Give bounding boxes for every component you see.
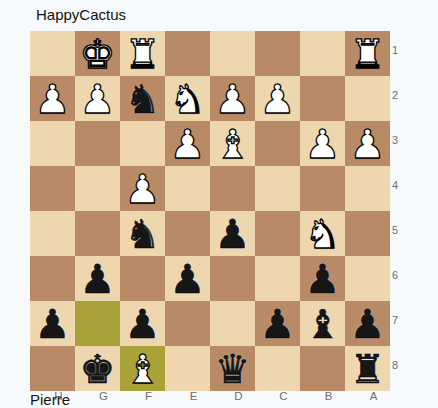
square-f2[interactable]: ♞ xyxy=(120,76,165,121)
rank-label-1: 1 xyxy=(392,27,408,72)
square-a1[interactable]: ♜ xyxy=(345,31,390,76)
square-a6[interactable] xyxy=(345,256,390,301)
square-c6[interactable] xyxy=(255,256,300,301)
square-b4[interactable] xyxy=(300,166,345,211)
black-pawn[interactable]: ♟ xyxy=(30,301,75,346)
square-e5[interactable] xyxy=(165,211,210,256)
black-pawn[interactable]: ♟ xyxy=(75,256,120,301)
white-pawn[interactable]: ♟ xyxy=(345,121,390,166)
rank-label-5: 5 xyxy=(392,207,408,252)
square-e7[interactable] xyxy=(165,301,210,346)
square-g8[interactable]: ♚ xyxy=(75,346,120,391)
file-label-e: E xyxy=(171,389,216,403)
square-d2[interactable]: ♟ xyxy=(210,76,255,121)
black-pawn[interactable]: ♟ xyxy=(120,301,165,346)
square-g5[interactable] xyxy=(75,211,120,256)
file-label-c: C xyxy=(261,389,306,403)
square-g2[interactable]: ♟ xyxy=(75,76,120,121)
file-label-b: B xyxy=(306,389,351,403)
square-h1[interactable] xyxy=(30,31,75,76)
square-h6[interactable] xyxy=(30,256,75,301)
square-h3[interactable] xyxy=(30,121,75,166)
square-d1[interactable] xyxy=(210,31,255,76)
square-b3[interactable]: ♟ xyxy=(300,121,345,166)
square-g6[interactable]: ♟ xyxy=(75,256,120,301)
square-a5[interactable] xyxy=(345,211,390,256)
white-king[interactable]: ♚ xyxy=(75,31,120,76)
player-name-bottom: Pierre xyxy=(30,391,70,408)
black-queen[interactable]: ♛ xyxy=(210,346,255,391)
square-d3[interactable]: ♝ xyxy=(210,121,255,166)
square-c2[interactable]: ♟ xyxy=(255,76,300,121)
square-h5[interactable] xyxy=(30,211,75,256)
square-d4[interactable] xyxy=(210,166,255,211)
rank-label-7: 7 xyxy=(392,297,408,342)
square-c3[interactable] xyxy=(255,121,300,166)
square-f1[interactable]: ♜ xyxy=(120,31,165,76)
white-bishop[interactable]: ♝ xyxy=(120,346,165,391)
square-f5[interactable]: ♞ xyxy=(120,211,165,256)
square-e2[interactable]: ♞ xyxy=(165,76,210,121)
rank-label-2: 2 xyxy=(392,72,408,117)
square-a4[interactable] xyxy=(345,166,390,211)
square-a8[interactable]: ♜ xyxy=(345,346,390,391)
square-c4[interactable] xyxy=(255,166,300,211)
black-knight[interactable]: ♞ xyxy=(120,211,165,256)
rank-label-4: 4 xyxy=(392,162,408,207)
square-b1[interactable] xyxy=(300,31,345,76)
square-b5[interactable]: ♞ xyxy=(300,211,345,256)
square-f3[interactable] xyxy=(120,121,165,166)
file-label-a: A xyxy=(351,389,396,403)
square-g4[interactable] xyxy=(75,166,120,211)
rank-labels: 12345678 xyxy=(392,31,408,391)
white-knight[interactable]: ♞ xyxy=(300,211,345,256)
square-g3[interactable] xyxy=(75,121,120,166)
square-c7[interactable]: ♟ xyxy=(255,301,300,346)
black-pawn[interactable]: ♟ xyxy=(300,256,345,301)
white-pawn[interactable]: ♟ xyxy=(165,121,210,166)
square-f8[interactable]: ♝ xyxy=(120,346,165,391)
square-c5[interactable] xyxy=(255,211,300,256)
square-e1[interactable] xyxy=(165,31,210,76)
square-h7[interactable]: ♟ xyxy=(30,301,75,346)
square-a3[interactable]: ♟ xyxy=(345,121,390,166)
white-knight[interactable]: ♞ xyxy=(165,76,210,121)
square-e4[interactable] xyxy=(165,166,210,211)
square-h2[interactable]: ♟ xyxy=(30,76,75,121)
square-d7[interactable] xyxy=(210,301,255,346)
file-label-d: D xyxy=(216,389,261,403)
rank-label-3: 3 xyxy=(392,117,408,162)
black-pawn[interactable]: ♟ xyxy=(210,211,255,256)
square-d6[interactable] xyxy=(210,256,255,301)
white-pawn[interactable]: ♟ xyxy=(300,121,345,166)
rank-label-6: 6 xyxy=(392,252,408,297)
white-pawn[interactable]: ♟ xyxy=(120,166,165,211)
rank-label-8: 8 xyxy=(392,342,408,387)
file-labels: HGFEDCBA xyxy=(30,389,390,403)
square-c1[interactable] xyxy=(255,31,300,76)
square-d8[interactable]: ♛ xyxy=(210,346,255,391)
file-label-g: G xyxy=(81,389,126,403)
black-pawn[interactable]: ♟ xyxy=(255,301,300,346)
square-f4[interactable]: ♟ xyxy=(120,166,165,211)
black-pawn[interactable]: ♟ xyxy=(345,301,390,346)
square-d5[interactable]: ♟ xyxy=(210,211,255,256)
chess-board: ♚♜♜♟♟♞♞♟♟♟♝♟♟♟♞♟♞♟♟♟♟♟♟♝♟♚♝♛♜ xyxy=(30,31,390,391)
white-pawn[interactable]: ♟ xyxy=(210,76,255,121)
black-king[interactable]: ♚ xyxy=(75,346,120,391)
square-e8[interactable] xyxy=(165,346,210,391)
square-f6[interactable] xyxy=(120,256,165,301)
black-bishop[interactable]: ♝ xyxy=(300,301,345,346)
square-h8[interactable] xyxy=(30,346,75,391)
square-f7[interactable]: ♟ xyxy=(120,301,165,346)
black-pawn[interactable]: ♟ xyxy=(165,256,210,301)
square-b7[interactable]: ♝ xyxy=(300,301,345,346)
white-bishop[interactable]: ♝ xyxy=(210,121,255,166)
square-b8[interactable] xyxy=(300,346,345,391)
square-a2[interactable] xyxy=(345,76,390,121)
white-rook[interactable]: ♜ xyxy=(120,31,165,76)
black-knight[interactable]: ♞ xyxy=(120,76,165,121)
file-label-f: F xyxy=(126,389,171,403)
square-b6[interactable]: ♟ xyxy=(300,256,345,301)
player-name-top: HappyCactus xyxy=(36,6,126,23)
white-rook[interactable]: ♜ xyxy=(345,31,390,76)
square-h4[interactable] xyxy=(30,166,75,211)
square-e3[interactable]: ♟ xyxy=(165,121,210,166)
square-b2[interactable] xyxy=(300,76,345,121)
black-rook[interactable]: ♜ xyxy=(345,346,390,391)
square-g7[interactable] xyxy=(75,301,120,346)
square-e6[interactable]: ♟ xyxy=(165,256,210,301)
white-pawn[interactable]: ♟ xyxy=(255,76,300,121)
square-g1[interactable]: ♚ xyxy=(75,31,120,76)
white-pawn[interactable]: ♟ xyxy=(30,76,75,121)
white-pawn[interactable]: ♟ xyxy=(75,76,120,121)
square-a7[interactable]: ♟ xyxy=(345,301,390,346)
square-c8[interactable] xyxy=(255,346,300,391)
